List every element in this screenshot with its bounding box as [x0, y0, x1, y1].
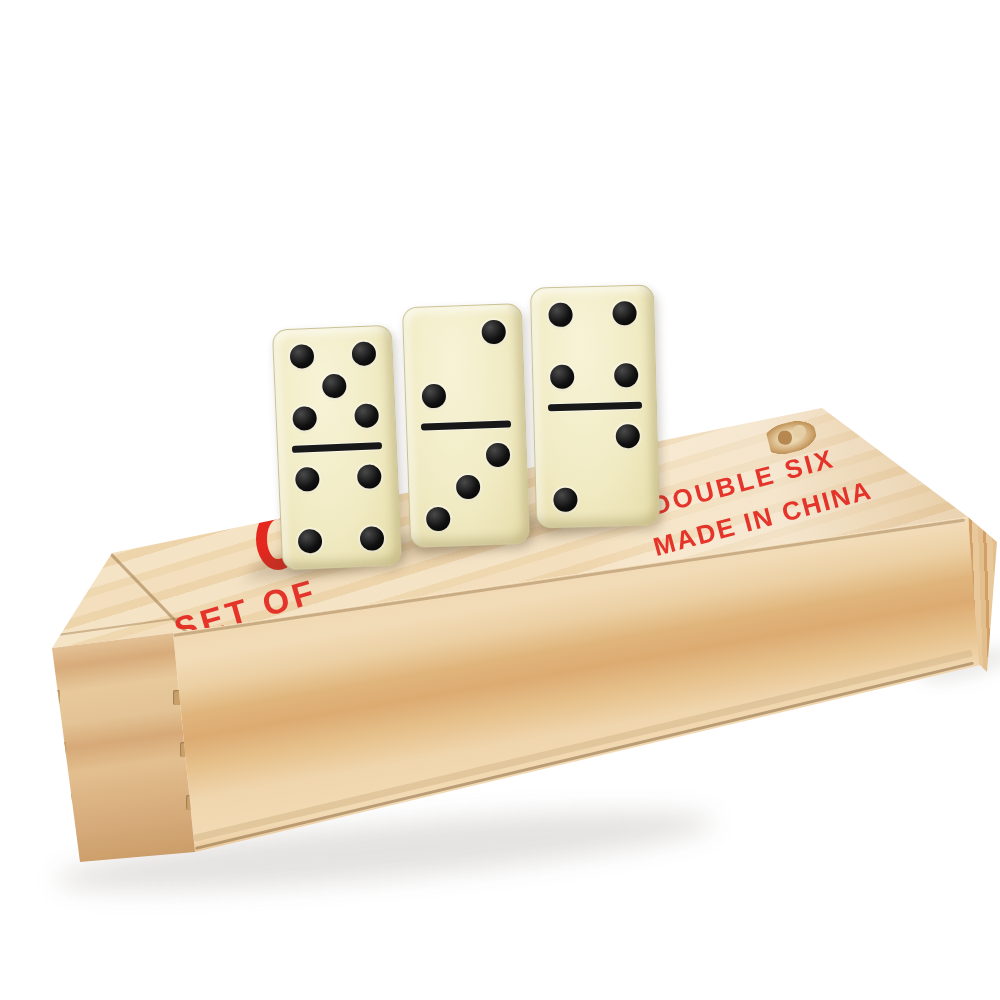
pip: [422, 384, 447, 409]
pip: [351, 341, 376, 366]
knot-chip-dark: [777, 430, 792, 445]
domino-top-half: [403, 304, 525, 424]
finger-joint: [62, 794, 72, 808]
product-photo-scene: SET OF DOUBLE SIX MADE IN CHINA: [0, 0, 1000, 1000]
pip: [553, 488, 578, 513]
pip: [456, 475, 481, 500]
pip: [485, 442, 510, 467]
domino-bottom-half: [534, 408, 659, 527]
pip: [615, 423, 640, 448]
knot-chip-light: [792, 424, 808, 440]
lid-left-edge: [58, 617, 179, 636]
pip: [354, 404, 379, 429]
pip: [550, 365, 575, 390]
pip: [293, 406, 318, 431]
domino-tile-2-3: [402, 303, 530, 548]
domino-tile-4-2: [530, 284, 660, 528]
pip: [290, 344, 315, 369]
domino-tile-5-4: [272, 324, 402, 570]
pip: [426, 507, 451, 532]
box-base-strip: [193, 650, 973, 842]
pip: [612, 301, 637, 326]
box-bottom-edge: [195, 662, 974, 850]
pip: [481, 319, 506, 344]
pip: [548, 302, 573, 327]
domino-top-half: [531, 285, 656, 404]
domino-top-half: [273, 326, 396, 447]
pip: [298, 529, 323, 554]
pip: [356, 464, 381, 489]
pip: [614, 363, 639, 388]
pip: [359, 526, 384, 551]
finger-joint: [56, 742, 66, 756]
domino-bottom-half: [407, 427, 529, 547]
pip: [295, 466, 320, 491]
finger-joint: [52, 690, 60, 704]
pip: [322, 374, 347, 399]
domino-bottom-half: [278, 448, 401, 569]
